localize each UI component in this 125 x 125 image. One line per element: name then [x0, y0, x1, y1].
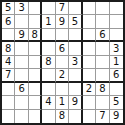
- cell-r7c3-empty[interactable]: [29, 83, 42, 96]
- cell-r5c2-empty[interactable]: [15, 56, 28, 69]
- cell-r7c5-empty[interactable]: [56, 83, 69, 96]
- cell-r4c2-empty[interactable]: [15, 42, 28, 55]
- cell-r1c3-empty[interactable]: [29, 2, 42, 15]
- cell-r8c5-given[interactable]: 1: [56, 96, 69, 109]
- cell-r2c8-empty[interactable]: [96, 15, 109, 28]
- cell-r6c1-given[interactable]: 7: [2, 69, 15, 82]
- cell-r2c2-empty[interactable]: [15, 15, 28, 28]
- cell-r5c8-empty[interactable]: [96, 56, 109, 69]
- cell-r5c3-empty[interactable]: [29, 56, 42, 69]
- cell-r8c8-empty[interactable]: [96, 96, 109, 109]
- cell-r4c4-empty[interactable]: [42, 42, 55, 55]
- cell-r4c6-empty[interactable]: [69, 42, 82, 55]
- cell-r3c8-given[interactable]: 6: [96, 29, 109, 42]
- cell-r7c6-empty[interactable]: [69, 83, 82, 96]
- cell-r1c4-empty[interactable]: [42, 2, 55, 15]
- cell-r5c9-given[interactable]: 1: [110, 56, 123, 69]
- cell-r4c7-empty[interactable]: [83, 42, 96, 55]
- cell-r8c3-empty[interactable]: [29, 96, 42, 109]
- cell-r2c1-given[interactable]: 6: [2, 15, 15, 28]
- cell-r1c5-given[interactable]: 7: [56, 2, 69, 15]
- cell-r4c3-empty[interactable]: [29, 42, 42, 55]
- cell-r5c7-empty[interactable]: [83, 56, 96, 69]
- cell-r1c1-given[interactable]: 5: [2, 2, 15, 15]
- cell-r7c8-given[interactable]: 8: [96, 83, 109, 96]
- cell-r4c9-given[interactable]: 3: [110, 42, 123, 55]
- cell-r7c7-given[interactable]: 2: [83, 83, 96, 96]
- cell-r2c7-empty[interactable]: [83, 15, 96, 28]
- cell-r8c1-empty[interactable]: [2, 96, 15, 109]
- cell-r9c1-empty[interactable]: [2, 110, 15, 123]
- cell-r3c3-given[interactable]: 8: [29, 29, 42, 42]
- cell-r1c8-empty[interactable]: [96, 2, 109, 15]
- cell-r7c9-empty[interactable]: [110, 83, 123, 96]
- cell-r4c8-empty[interactable]: [96, 42, 109, 55]
- cell-r5c6-given[interactable]: 3: [69, 56, 82, 69]
- cell-r5c1-given[interactable]: 4: [2, 56, 15, 69]
- cell-r9c3-empty[interactable]: [29, 110, 42, 123]
- cell-r3c7-empty[interactable]: [83, 29, 96, 42]
- cell-r1c6-empty[interactable]: [69, 2, 82, 15]
- cell-r8c4-given[interactable]: 4: [42, 96, 55, 109]
- cell-r8c2-empty[interactable]: [15, 96, 28, 109]
- cell-r8c6-given[interactable]: 9: [69, 96, 82, 109]
- cell-r3c2-given[interactable]: 9: [15, 29, 28, 42]
- cell-r9c4-empty[interactable]: [42, 110, 55, 123]
- cell-r3c4-empty[interactable]: [42, 29, 55, 42]
- cell-r3c6-empty[interactable]: [69, 29, 82, 42]
- cell-r9c7-empty[interactable]: [83, 110, 96, 123]
- cell-r2c5-given[interactable]: 9: [56, 15, 69, 28]
- cell-r9c8-given[interactable]: 7: [96, 110, 109, 123]
- cell-r1c9-empty[interactable]: [110, 2, 123, 15]
- cell-r8c7-empty[interactable]: [83, 96, 96, 109]
- cell-r6c9-given[interactable]: 6: [110, 69, 123, 82]
- cell-r6c2-empty[interactable]: [15, 69, 28, 82]
- cell-r6c8-empty[interactable]: [96, 69, 109, 82]
- cell-r6c3-empty[interactable]: [29, 69, 42, 82]
- cell-r9c5-given[interactable]: 8: [56, 110, 69, 123]
- cell-r4c1-given[interactable]: 8: [2, 42, 15, 55]
- cell-r4c5-given[interactable]: 6: [56, 42, 69, 55]
- cell-r9c9-given[interactable]: 9: [110, 110, 123, 123]
- cell-r1c2-given[interactable]: 3: [15, 2, 28, 15]
- cell-r2c6-given[interactable]: 5: [69, 15, 82, 28]
- cell-r9c2-empty[interactable]: [15, 110, 28, 123]
- sudoku-board: 537619598686348317266284195879: [0, 0, 125, 125]
- cell-r6c7-empty[interactable]: [83, 69, 96, 82]
- cell-r6c6-empty[interactable]: [69, 69, 82, 82]
- cell-r2c9-empty[interactable]: [110, 15, 123, 28]
- cell-r8c9-given[interactable]: 5: [110, 96, 123, 109]
- cell-r5c5-empty[interactable]: [56, 56, 69, 69]
- cell-r6c5-given[interactable]: 2: [56, 69, 69, 82]
- cell-r6c4-empty[interactable]: [42, 69, 55, 82]
- cell-r3c1-empty[interactable]: [2, 29, 15, 42]
- cell-r7c4-empty[interactable]: [42, 83, 55, 96]
- cell-r7c2-given[interactable]: 6: [15, 83, 28, 96]
- cell-r2c4-given[interactable]: 1: [42, 15, 55, 28]
- cell-r7c1-empty[interactable]: [2, 83, 15, 96]
- cell-r1c7-empty[interactable]: [83, 2, 96, 15]
- cell-r3c9-empty[interactable]: [110, 29, 123, 42]
- cell-r3c5-empty[interactable]: [56, 29, 69, 42]
- cell-r5c4-given[interactable]: 8: [42, 56, 55, 69]
- cell-r9c6-empty[interactable]: [69, 110, 82, 123]
- cell-r2c3-empty[interactable]: [29, 15, 42, 28]
